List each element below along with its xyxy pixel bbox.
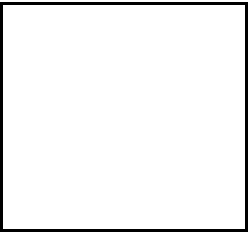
bottom-margin-strip <box>0 232 248 240</box>
sudoku-board <box>0 2 248 232</box>
top-margin-strip <box>0 0 248 2</box>
